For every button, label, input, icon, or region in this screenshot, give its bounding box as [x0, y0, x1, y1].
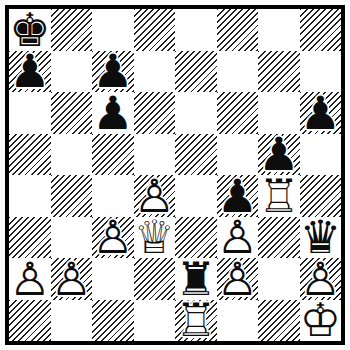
black-pawn-icon: ♟: [92, 92, 134, 134]
square-b8[interactable]: [51, 9, 93, 51]
square-d8[interactable]: [134, 9, 176, 51]
square-g4[interactable]: ♜♖: [258, 175, 300, 217]
white-rook-icon: ♖: [258, 175, 300, 217]
square-e6[interactable]: [175, 92, 217, 134]
square-a6[interactable]: [9, 92, 51, 134]
square-b7[interactable]: [51, 51, 93, 93]
square-e4[interactable]: [175, 175, 217, 217]
square-d6[interactable]: [134, 92, 176, 134]
board-frame: ♚♟♟♟♟♟♟♙♟♜♖♟♙♛♕♟♙♛♟♙♟♙♜♟♙♟♙♜♖♚♔: [5, 5, 345, 345]
square-f7[interactable]: [217, 51, 259, 93]
white-pawn-icon: ♙: [9, 258, 51, 300]
square-c1[interactable]: [92, 300, 134, 342]
square-f1[interactable]: [217, 300, 259, 342]
white-queen: ♛♕: [134, 217, 176, 259]
white-pawn: ♟♙: [92, 217, 134, 259]
white-pawn: ♟♙: [51, 258, 93, 300]
white-queen-icon: ♕: [134, 217, 176, 259]
square-b4[interactable]: [51, 175, 93, 217]
square-g2[interactable]: [258, 258, 300, 300]
square-f8[interactable]: [217, 9, 259, 51]
square-g8[interactable]: [258, 9, 300, 51]
square-b6[interactable]: [51, 92, 93, 134]
square-h8[interactable]: [300, 9, 342, 51]
square-b2[interactable]: ♟♙: [51, 258, 93, 300]
square-g7[interactable]: [258, 51, 300, 93]
black-pawn-icon: ♟: [9, 51, 51, 93]
square-f2[interactable]: ♟♙: [217, 258, 259, 300]
white-rook: ♜♖: [258, 175, 300, 217]
square-d3[interactable]: ♛♕: [134, 217, 176, 259]
black-pawn: ♟: [9, 51, 51, 93]
square-h5[interactable]: [300, 134, 342, 176]
white-pawn-icon: ♙: [217, 258, 259, 300]
white-rook-icon: ♖: [175, 300, 217, 342]
white-pawn-icon: ♙: [51, 258, 93, 300]
square-c3[interactable]: ♟♙: [92, 217, 134, 259]
square-e1[interactable]: ♜♖: [175, 300, 217, 342]
square-c5[interactable]: [92, 134, 134, 176]
square-h6[interactable]: ♟: [300, 92, 342, 134]
square-c2[interactable]: [92, 258, 134, 300]
square-g1[interactable]: [258, 300, 300, 342]
square-d7[interactable]: [134, 51, 176, 93]
square-a2[interactable]: ♟♙: [9, 258, 51, 300]
black-pawn: ♟: [300, 92, 342, 134]
black-pawn-icon: ♟: [300, 92, 342, 134]
square-a4[interactable]: [9, 175, 51, 217]
square-a5[interactable]: [9, 134, 51, 176]
white-pawn: ♟♙: [9, 258, 51, 300]
square-b1[interactable]: [51, 300, 93, 342]
chess-diagram: ♚♟♟♟♟♟♟♙♟♜♖♟♙♛♕♟♙♛♟♙♟♙♜♟♙♟♙♜♖♚♔: [0, 0, 350, 350]
white-rook: ♜♖: [175, 300, 217, 342]
square-f6[interactable]: [217, 92, 259, 134]
square-g3[interactable]: [258, 217, 300, 259]
square-e7[interactable]: [175, 51, 217, 93]
white-pawn: ♟♙: [217, 258, 259, 300]
square-c6[interactable]: ♟: [92, 92, 134, 134]
black-pawn: ♟: [92, 92, 134, 134]
white-king: ♚♔: [300, 300, 342, 342]
white-king-icon: ♔: [300, 300, 342, 342]
square-e8[interactable]: [175, 9, 217, 51]
square-b5[interactable]: [51, 134, 93, 176]
chess-board: ♚♟♟♟♟♟♟♙♟♜♖♟♙♛♕♟♙♛♟♙♟♙♜♟♙♟♙♜♖♚♔: [9, 9, 341, 341]
square-a7[interactable]: ♟: [9, 51, 51, 93]
square-a1[interactable]: [9, 300, 51, 342]
square-d2[interactable]: [134, 258, 176, 300]
white-pawn-icon: ♙: [92, 217, 134, 259]
square-h1[interactable]: ♚♔: [300, 300, 342, 342]
square-d1[interactable]: [134, 300, 176, 342]
square-e5[interactable]: [175, 134, 217, 176]
